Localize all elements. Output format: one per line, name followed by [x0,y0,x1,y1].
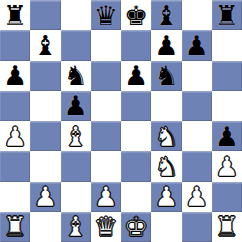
square-d3[interactable] [91,151,121,181]
black-king-piece[interactable]: ♚ [124,2,148,29]
square-b1[interactable] [30,212,60,242]
square-c8[interactable] [61,0,91,30]
square-g3[interactable] [182,151,212,181]
square-a3[interactable] [0,151,30,181]
white-pawn-piece[interactable]: ♟ [185,183,209,210]
square-f5[interactable] [151,91,181,121]
square-f3[interactable]: ♞ [151,151,181,181]
square-d5[interactable] [91,91,121,121]
square-e8[interactable]: ♚ [121,0,151,30]
square-c5[interactable]: ♟ [61,91,91,121]
black-bishop-piece[interactable]: ♝ [154,2,178,29]
square-a6[interactable]: ♟ [0,61,30,91]
square-e2[interactable] [121,182,151,212]
black-pawn-piece[interactable]: ♟ [3,62,27,89]
black-pawn-piece[interactable]: ♟ [215,123,239,150]
square-f4[interactable]: ♞ [151,121,181,151]
square-b6[interactable] [30,61,60,91]
white-knight-piece[interactable]: ♞ [154,123,178,150]
square-b8[interactable] [30,0,60,30]
square-e4[interactable] [121,121,151,151]
square-e1[interactable]: ♚ [121,212,151,242]
square-d4[interactable] [91,121,121,151]
square-g2[interactable]: ♟ [182,182,212,212]
square-f7[interactable]: ♟ [151,30,181,60]
square-h6[interactable] [212,61,242,91]
square-b2[interactable]: ♟ [30,182,60,212]
black-pawn-piece[interactable]: ♟ [124,62,148,89]
square-e6[interactable]: ♟ [121,61,151,91]
white-rook-piece[interactable]: ♜ [215,213,239,240]
black-pawn-piece[interactable]: ♟ [154,32,178,59]
square-g1[interactable] [182,212,212,242]
square-h2[interactable] [212,182,242,212]
white-queen-piece[interactable]: ♛ [94,213,118,240]
square-e7[interactable] [121,30,151,60]
square-a1[interactable]: ♜ [0,212,30,242]
square-h1[interactable]: ♜ [212,212,242,242]
black-knight-piece[interactable]: ♞ [64,62,88,89]
square-b3[interactable] [30,151,60,181]
square-f6[interactable]: ♞ [151,61,181,91]
white-bishop-piece[interactable]: ♝ [64,213,88,240]
square-h7[interactable] [212,30,242,60]
black-bishop-piece[interactable]: ♝ [33,32,57,59]
square-a7[interactable] [0,30,30,60]
white-pawn-piece[interactable]: ♟ [33,183,57,210]
square-c1[interactable]: ♝ [61,212,91,242]
white-pawn-piece[interactable]: ♟ [215,153,239,180]
white-king-piece[interactable]: ♚ [124,213,148,240]
square-d6[interactable] [91,61,121,91]
square-b5[interactable] [30,91,60,121]
white-pawn-piece[interactable]: ♟ [94,183,118,210]
square-b4[interactable] [30,121,60,151]
square-g4[interactable] [182,121,212,151]
square-d7[interactable] [91,30,121,60]
square-a5[interactable] [0,91,30,121]
black-queen-piece[interactable]: ♛ [94,2,118,29]
square-c4[interactable]: ♝ [61,121,91,151]
black-rook-piece[interactable]: ♜ [3,2,27,29]
square-g5[interactable] [182,91,212,121]
square-g6[interactable] [182,61,212,91]
black-pawn-piece[interactable]: ♟ [64,92,88,119]
square-f8[interactable]: ♝ [151,0,181,30]
square-c6[interactable]: ♞ [61,61,91,91]
square-a2[interactable] [0,182,30,212]
square-g8[interactable] [182,0,212,30]
square-h4[interactable]: ♟ [212,121,242,151]
square-b7[interactable]: ♝ [30,30,60,60]
square-e5[interactable] [121,91,151,121]
white-pawn-piece[interactable]: ♟ [3,123,27,150]
square-c2[interactable] [61,182,91,212]
white-knight-piece[interactable]: ♞ [154,153,178,180]
black-pawn-piece[interactable]: ♟ [185,32,209,59]
square-c3[interactable] [61,151,91,181]
square-h3[interactable]: ♟ [212,151,242,181]
square-f1[interactable] [151,212,181,242]
black-knight-piece[interactable]: ♞ [154,62,178,89]
square-h8[interactable]: ♜ [212,0,242,30]
black-rook-piece[interactable]: ♜ [215,2,239,29]
square-d8[interactable]: ♛ [91,0,121,30]
chess-board: ♜♛♚♝♜♝♟♟♟♞♟♞♟♟♝♞♟♞♟♟♟♟♟♜♝♛♚♜ [0,0,242,242]
white-pawn-piece[interactable]: ♟ [154,183,178,210]
square-c7[interactable] [61,30,91,60]
square-d2[interactable]: ♟ [91,182,121,212]
square-g7[interactable]: ♟ [182,30,212,60]
square-d1[interactable]: ♛ [91,212,121,242]
square-a8[interactable]: ♜ [0,0,30,30]
square-h5[interactable] [212,91,242,121]
square-f2[interactable]: ♟ [151,182,181,212]
white-rook-piece[interactable]: ♜ [3,213,27,240]
white-bishop-piece[interactable]: ♝ [64,123,88,150]
square-a4[interactable]: ♟ [0,121,30,151]
square-e3[interactable] [121,151,151,181]
